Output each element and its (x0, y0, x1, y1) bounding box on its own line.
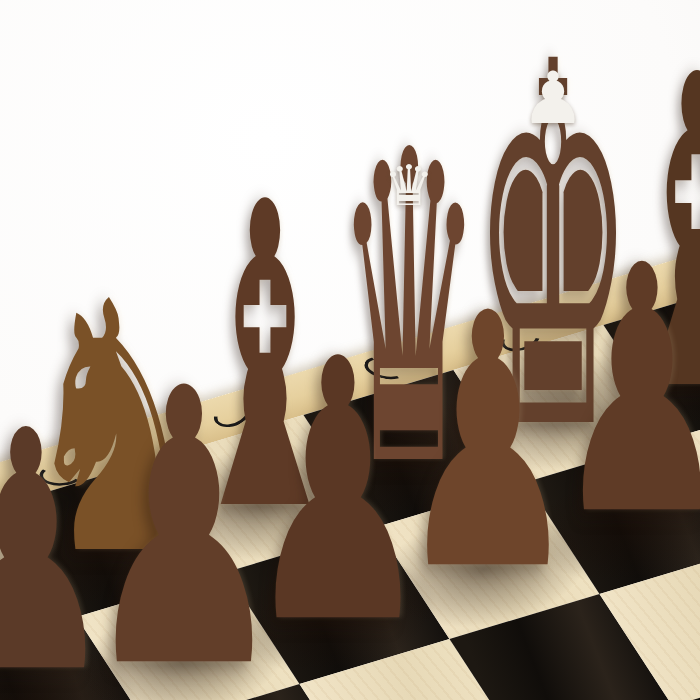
piece-black-bishop-c8: ♝ (55, 214, 475, 508)
piece-black-pawn-c7: ♟ (158, 368, 518, 620)
piece-black-pawn-a7: ♟ (0, 439, 191, 670)
black-pawn-glyph: ♟ (234, 368, 443, 617)
black-pawn-glyph: ♟ (70, 399, 298, 662)
piece-black-pawn-b7: ♟ (0, 399, 374, 665)
piece-black-bishop-f8: ♝ (482, 87, 700, 388)
piece-black-knight-b8: ♞ (0, 311, 288, 553)
black-king-glyph: ♚ (463, 76, 643, 422)
black-bishop-glyph: ♝ (170, 214, 359, 505)
piece-black-pawn-e7: ♟ (472, 274, 700, 512)
black-queen-glyph: ♛ (327, 162, 490, 460)
black-bishop-glyph: ♝ (600, 87, 700, 385)
black-pawn-glyph: ♟ (543, 274, 700, 509)
black-king-white-topper-icon: ♟ (521, 62, 586, 134)
pieces-layer: ♞♝♛♛♚♟♝♟♟♟♟♟ (0, 0, 700, 700)
piece-black-queen-d8: ♛♛ (194, 162, 624, 463)
black-pawn-glyph: ♟ (386, 322, 589, 564)
black-pawn-glyph: ♟ (0, 439, 125, 667)
piece-black-king-e8: ♚♟ (303, 76, 700, 426)
photo-scene: ♞♝♛♛♚♟♝♟♟♟♟♟ (0, 0, 700, 700)
piece-black-pawn-d7: ♟ (313, 322, 663, 567)
black-knight-glyph: ♞ (8, 311, 222, 550)
black-queen-white-topper-icon: ♛ (384, 158, 434, 214)
